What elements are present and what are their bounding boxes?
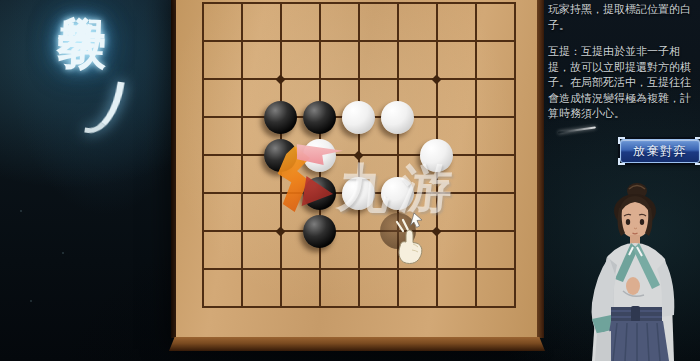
board-bottom-bevel [169,337,545,351]
board-cell[interactable] [456,136,495,174]
board-cell[interactable] [456,250,495,288]
board-cell[interactable] [495,212,534,250]
board-cell[interactable] [339,0,378,22]
board-cell[interactable] [183,60,222,98]
board-cell[interactable] [456,60,495,98]
board-cell[interactable] [495,288,534,326]
button-corner-ornament [618,137,625,144]
resign-button-label: 放棄對弈 [633,143,687,160]
board-cell[interactable] [495,136,534,174]
board-cell[interactable] [261,250,300,288]
board-cell[interactable] [261,136,300,174]
board-cell[interactable] [339,60,378,98]
board-cell[interactable] [495,60,534,98]
board-cell[interactable] [222,60,261,98]
board-cell[interactable] [417,98,456,136]
button-corner-ornament [695,158,700,165]
board-cell[interactable] [495,98,534,136]
board-cell[interactable] [417,22,456,60]
board-cell[interactable] [222,22,261,60]
ghost-stone [380,213,416,249]
dust-particle [62,252,64,254]
board-cell[interactable] [378,174,417,212]
board-cell[interactable] [300,0,339,22]
board-cell[interactable] [300,250,339,288]
light-streak-effect [558,126,596,133]
board-cell[interactable] [378,22,417,60]
board-cell[interactable] [417,136,456,174]
board-cell[interactable] [456,212,495,250]
white-stone [303,139,336,172]
board-cell[interactable] [339,288,378,326]
board-cell[interactable] [300,288,339,326]
board-cell[interactable] [417,250,456,288]
npc-character-illustration [570,181,700,361]
board-cell[interactable] [378,212,417,250]
board-cell[interactable] [456,288,495,326]
black-stone [264,101,297,134]
board-cell[interactable] [417,174,456,212]
white-stone [420,139,453,172]
board-cell[interactable] [261,98,300,136]
board-cell[interactable] [300,98,339,136]
board-right-edge [536,0,544,338]
board-cell[interactable] [378,0,417,22]
board-cell[interactable] [300,60,339,98]
board-cell[interactable] [183,250,222,288]
game-screen: 教學 九游 玩家持黑，提取標記位置的白子。 互提：互提由於並非一子相提，故可以立… [0,0,700,361]
white-stone [381,177,414,210]
board-cell[interactable] [417,0,456,22]
board-cell[interactable] [378,250,417,288]
board-cell[interactable] [495,0,534,22]
board-cell[interactable] [378,136,417,174]
board-cell[interactable] [339,212,378,250]
board-cell[interactable] [300,22,339,60]
board-cell[interactable] [261,174,300,212]
board-cell[interactable] [183,22,222,60]
board-cell[interactable] [339,174,378,212]
board-cell[interactable] [339,22,378,60]
board-cell[interactable] [183,98,222,136]
button-corner-ornament [618,158,625,165]
board-cell[interactable] [339,98,378,136]
board-cell[interactable] [456,22,495,60]
board-cell[interactable] [495,250,534,288]
board-cell[interactable] [261,22,300,60]
board-cell[interactable] [222,212,261,250]
tutorial-objective: 玩家持黑，提取標記位置的白子。 [548,2,700,33]
white-stone [342,101,375,134]
black-stone [303,101,336,134]
board-cell[interactable] [495,174,534,212]
board-grid [183,0,534,326]
white-stone [381,101,414,134]
board-cell[interactable] [183,0,222,22]
board-cell[interactable] [261,288,300,326]
black-stone [264,139,297,172]
board-cell[interactable] [300,212,339,250]
button-corner-ornament [695,137,700,144]
board-cell[interactable] [222,288,261,326]
resign-button[interactable]: 放棄對弈 [620,139,700,163]
board-cell[interactable] [456,174,495,212]
board-cell[interactable] [495,22,534,60]
board-cell[interactable] [300,136,339,174]
black-stone [303,177,336,210]
board-cell[interactable] [183,136,222,174]
board-cell[interactable] [456,0,495,22]
tutorial-text-panel: 玩家持黑，提取標記位置的白子。 互提：互提由於並非一子相提，故可以立即提還對方的… [548,2,700,122]
board-cell[interactable] [222,250,261,288]
tutorial-lesson: 互提：互提由於並非一子相提，故可以立即提還對方的棋子。在局部死活中，互提往往會造… [548,44,700,122]
board-cell[interactable] [222,174,261,212]
board-cell[interactable] [339,250,378,288]
board-cell[interactable] [417,288,456,326]
board-cell[interactable] [183,212,222,250]
board-cell[interactable] [183,288,222,326]
board-cell[interactable] [378,98,417,136]
board-cell[interactable] [222,98,261,136]
board-cell[interactable] [183,174,222,212]
board-cell[interactable] [300,174,339,212]
board-cell[interactable] [378,288,417,326]
board-cell[interactable] [378,60,417,98]
black-stone [303,215,336,248]
board-cell[interactable] [222,136,261,174]
white-stone [342,177,375,210]
dust-particle [30,300,32,302]
go-board [183,0,534,326]
board-cell[interactable] [222,0,261,22]
board-cell[interactable] [456,98,495,136]
board-cell[interactable] [261,0,300,22]
